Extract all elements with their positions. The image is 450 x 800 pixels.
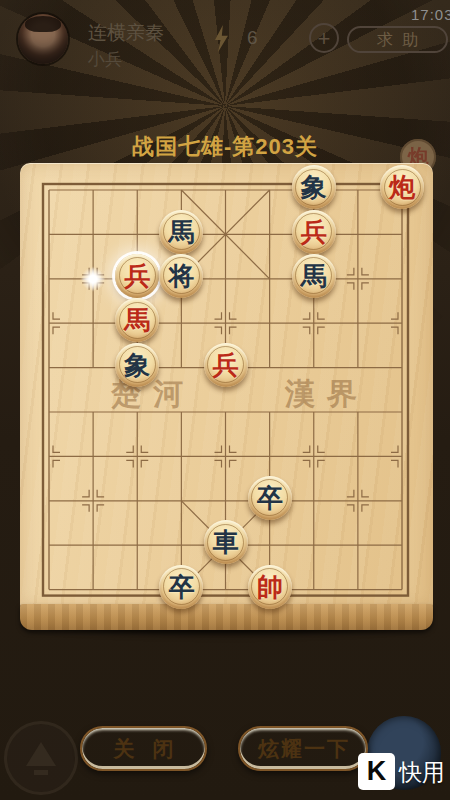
energy-bolt-icon xyxy=(213,25,230,52)
red-piece-帥[interactable]: 帥 xyxy=(248,565,292,609)
collapsed-menu-button[interactable] xyxy=(4,721,78,795)
close-button[interactable]: 关 闭 xyxy=(80,726,207,771)
black-piece-車[interactable]: 車 xyxy=(204,520,248,564)
red-piece-兵[interactable]: 兵 xyxy=(292,210,336,254)
move-sparkle-effect xyxy=(80,266,106,292)
energy-count: 6 xyxy=(247,27,258,49)
level-complete-title: 闯关成功 xyxy=(0,64,450,141)
show-off-button[interactable]: 炫耀一下 xyxy=(238,726,368,771)
add-energy-button[interactable]: + xyxy=(309,23,339,53)
piece-layer: 象炮馬兵兵将馬馬象兵卒車卒帥 xyxy=(27,168,424,612)
black-piece-馬[interactable]: 馬 xyxy=(292,254,336,298)
black-piece-象[interactable]: 象 xyxy=(115,343,159,387)
game-screen: 连横亲秦 小兵 6 + 求助 17:03 闯关成功 战国七雄-第203关 炮 楚… xyxy=(0,0,450,800)
black-piece-卒[interactable]: 卒 xyxy=(248,476,292,520)
black-piece-卒[interactable]: 卒 xyxy=(159,565,203,609)
clock: 17:03 xyxy=(411,6,450,23)
red-piece-馬[interactable]: 馬 xyxy=(115,298,159,342)
black-piece-将[interactable]: 将 xyxy=(159,254,203,298)
up-arrow-icon xyxy=(26,742,56,766)
red-piece-炮[interactable]: 炮 xyxy=(380,165,424,209)
kuaiyong-logo-text: 快用 xyxy=(399,757,445,788)
level-subtitle: 战国七雄-第203关 xyxy=(0,132,450,162)
red-piece-兵[interactable]: 兵 xyxy=(115,254,159,298)
red-piece-兵[interactable]: 兵 xyxy=(204,343,248,387)
black-piece-象[interactable]: 象 xyxy=(292,165,336,209)
black-piece-馬[interactable]: 馬 xyxy=(159,210,203,254)
help-button[interactable]: 求助 xyxy=(347,26,448,53)
avatar xyxy=(18,14,68,64)
kuaiyong-logo-icon: K xyxy=(358,753,395,790)
player-title: 连横亲秦 xyxy=(88,20,164,46)
